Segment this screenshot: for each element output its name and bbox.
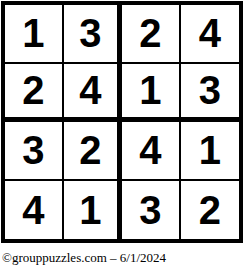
cell-r1c1: 1	[5, 5, 64, 64]
cell-r1c2: 3	[64, 5, 123, 64]
cell-r4c3: 3	[122, 181, 181, 240]
cell-r1c3: 2	[122, 5, 181, 64]
cell-r3c1: 3	[5, 122, 64, 181]
copyright-credit: ©grouppuzzles.com – 6/1/2024	[2, 250, 166, 266]
cell-r4c4: 2	[181, 181, 240, 240]
cell-r4c2: 1	[64, 181, 123, 240]
cell-r2c1: 2	[5, 64, 64, 123]
sudoku-board: 1 3 2 4 2 4 1 3 3 2 4 1 4 1 3 2	[1, 1, 243, 243]
cell-r1c4: 4	[181, 5, 240, 64]
cell-r3c3: 4	[122, 122, 181, 181]
sudoku-page: 1 3 2 4 2 4 1 3 3 2 4 1 4 1 3 2 ©grouppu…	[0, 0, 247, 269]
cell-r4c1: 4	[5, 181, 64, 240]
cell-r3c2: 2	[64, 122, 123, 181]
cell-r3c4: 1	[181, 122, 240, 181]
cell-r2c4: 3	[181, 64, 240, 123]
cell-r2c3: 1	[122, 64, 181, 123]
cell-r2c2: 4	[64, 64, 123, 123]
